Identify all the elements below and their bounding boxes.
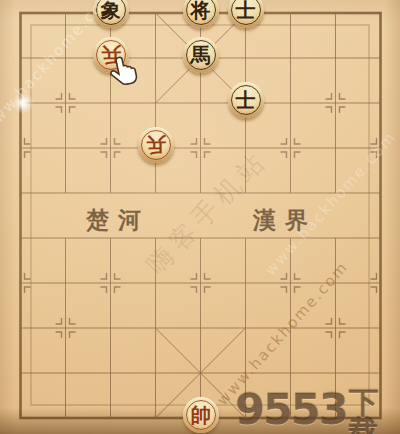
piece-red-general[interactable]: 帥 (178, 396, 223, 434)
piece-black-elephant[interactable]: 象 (88, 0, 133, 36)
piece-glyph: 士 (228, 82, 264, 118)
piece-glyph: 士 (228, 0, 264, 28)
piece-black-advisor-2[interactable]: 士 (223, 81, 268, 126)
piece-red-soldier-2[interactable]: 兵 (133, 126, 178, 171)
piece-disc: 士 (228, 82, 264, 118)
piece-black-general[interactable]: 将 (178, 0, 223, 36)
pieces-grid[interactable]: 象将士兵馬士兵帥 (0, 0, 400, 434)
piece-glyph: 象 (93, 0, 129, 28)
piece-black-advisor-1[interactable]: 士 (223, 0, 268, 36)
piece-glyph: 兵 (93, 37, 129, 73)
piece-disc: 兵 (138, 127, 174, 163)
xiangqi-board: 楚河 漢界 象将士兵馬士兵帥 www.hackhome.com www.hack… (0, 0, 400, 434)
piece-disc: 馬 (183, 37, 219, 73)
piece-glyph: 帥 (183, 397, 219, 433)
piece-disc: 将 (183, 0, 219, 28)
piece-disc: 象 (93, 0, 129, 28)
piece-disc: 兵 (93, 37, 129, 73)
piece-black-horse[interactable]: 馬 (178, 36, 223, 81)
piece-glyph: 兵 (138, 127, 174, 163)
piece-disc: 士 (228, 0, 264, 28)
piece-red-soldier-1[interactable]: 兵 (88, 36, 133, 81)
piece-glyph: 馬 (183, 37, 219, 73)
piece-disc: 帥 (183, 397, 219, 433)
piece-glyph: 将 (183, 0, 219, 28)
